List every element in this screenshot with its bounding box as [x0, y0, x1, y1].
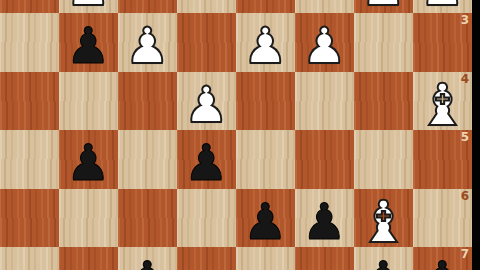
- square-g4[interactable]: [59, 72, 118, 131]
- square-h7[interactable]: [0, 247, 59, 270]
- square-e5[interactable]: ♟: [177, 130, 236, 189]
- white-pawn-e4[interactable]: ♟: [184, 80, 229, 130]
- black-pawn-g3[interactable]: ♟: [66, 21, 111, 71]
- square-f7[interactable]: ♟: [118, 247, 177, 270]
- white-pawn-a2[interactable]: ♟: [420, 0, 465, 13]
- chess-board: ♟♟2♟♟♟♟♟3♟4♝♟♟5♟♟♝6♟♟7♟: [0, 0, 472, 270]
- white-pawn-f3[interactable]: ♟: [125, 21, 170, 71]
- rank-label-5: 5: [461, 131, 469, 144]
- square-b5[interactable]: [354, 130, 413, 189]
- square-f5[interactable]: [118, 130, 177, 189]
- white-pawn-c3[interactable]: ♟: [302, 21, 347, 71]
- rank-label-3: 3: [461, 14, 469, 27]
- square-c4[interactable]: [295, 72, 354, 131]
- square-a6[interactable]: 6: [413, 189, 472, 248]
- rank-label-6: 6: [461, 190, 469, 203]
- square-g2[interactable]: ♟: [59, 0, 118, 13]
- square-f4[interactable]: [118, 72, 177, 131]
- square-a5[interactable]: 5: [413, 130, 472, 189]
- square-h5[interactable]: [0, 130, 59, 189]
- square-g3[interactable]: ♟: [59, 13, 118, 72]
- square-d2[interactable]: [236, 0, 295, 13]
- square-a2[interactable]: 2♟: [413, 0, 472, 13]
- white-pawn-b2[interactable]: ♟: [361, 0, 406, 13]
- square-a4[interactable]: 4♝: [413, 72, 472, 131]
- square-b4[interactable]: [354, 72, 413, 131]
- square-e6[interactable]: [177, 189, 236, 248]
- square-e4[interactable]: ♟: [177, 72, 236, 131]
- square-c2[interactable]: [295, 0, 354, 13]
- rank-label-7: 7: [461, 248, 469, 261]
- square-c5[interactable]: [295, 130, 354, 189]
- square-g7[interactable]: [59, 247, 118, 270]
- square-d4[interactable]: [236, 72, 295, 131]
- square-g5[interactable]: ♟: [59, 130, 118, 189]
- square-b3[interactable]: [354, 13, 413, 72]
- square-e7[interactable]: [177, 247, 236, 270]
- letterbox-bar: [472, 0, 480, 270]
- black-pawn-g5[interactable]: ♟: [66, 138, 111, 188]
- square-b6[interactable]: ♝: [354, 189, 413, 248]
- square-d5[interactable]: [236, 130, 295, 189]
- square-e3[interactable]: [177, 13, 236, 72]
- square-f3[interactable]: ♟: [118, 13, 177, 72]
- black-pawn-d6[interactable]: ♟: [243, 197, 288, 247]
- square-h4[interactable]: [0, 72, 59, 131]
- square-d6[interactable]: ♟: [236, 189, 295, 248]
- square-a7[interactable]: 7♟: [413, 247, 472, 270]
- chess-app-viewport: ♟♟2♟♟♟♟♟3♟4♝♟♟5♟♟♝6♟♟7♟: [0, 0, 480, 270]
- square-h3[interactable]: [0, 13, 59, 72]
- black-pawn-b7[interactable]: ♟: [361, 255, 406, 270]
- white-pawn-d3[interactable]: ♟: [243, 21, 288, 71]
- square-h2[interactable]: [0, 0, 59, 13]
- black-pawn-a7[interactable]: ♟: [420, 255, 465, 270]
- black-pawn-c6[interactable]: ♟: [302, 197, 347, 247]
- square-c3[interactable]: ♟: [295, 13, 354, 72]
- rank-label-4: 4: [461, 73, 469, 86]
- square-h6[interactable]: [0, 189, 59, 248]
- black-pawn-e5[interactable]: ♟: [184, 138, 229, 188]
- white-pawn-g2[interactable]: ♟: [66, 0, 111, 13]
- square-a3[interactable]: 3: [413, 13, 472, 72]
- square-b2[interactable]: ♟: [354, 0, 413, 13]
- white-bishop-b6[interactable]: ♝: [358, 193, 410, 251]
- square-f6[interactable]: [118, 189, 177, 248]
- black-pawn-f7[interactable]: ♟: [125, 255, 170, 270]
- square-f2[interactable]: [118, 0, 177, 13]
- square-c6[interactable]: ♟: [295, 189, 354, 248]
- square-b7[interactable]: ♟: [354, 247, 413, 270]
- square-d3[interactable]: ♟: [236, 13, 295, 72]
- square-g6[interactable]: [59, 189, 118, 248]
- square-e2[interactable]: [177, 0, 236, 13]
